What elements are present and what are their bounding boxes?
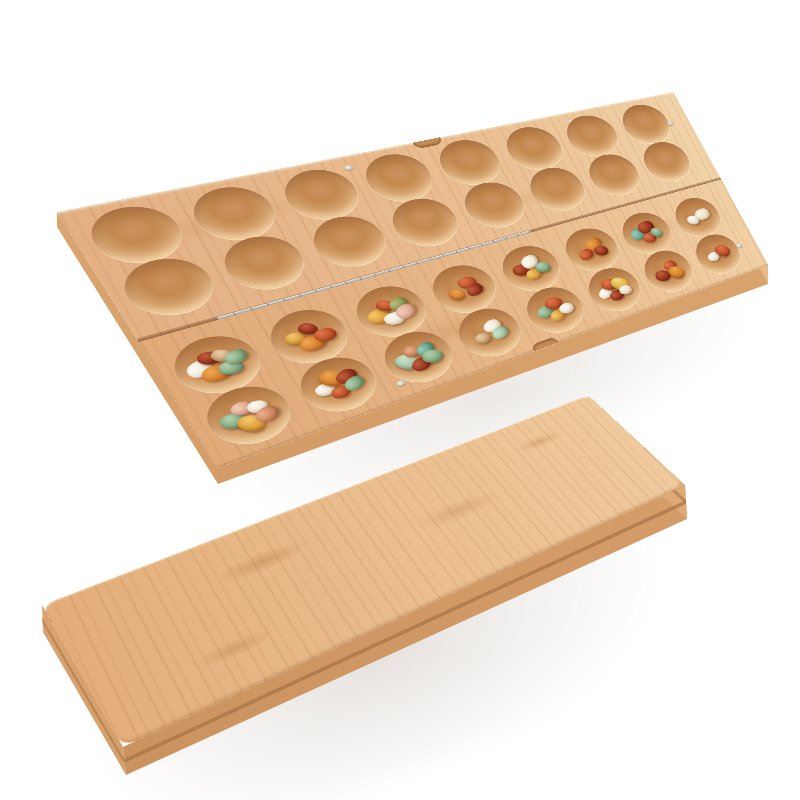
- pit-r2-c7: [581, 150, 647, 200]
- pit-r2-c5: [455, 177, 533, 233]
- magnet-dot: [343, 165, 354, 171]
- product-photo-stage: [0, 0, 800, 800]
- pit-r1-c7: [558, 112, 625, 161]
- pit-r4-c8: [688, 229, 747, 279]
- pit-r1-c6: [498, 123, 571, 174]
- gemstone-orange: [448, 288, 467, 301]
- gemstone-green: [421, 349, 445, 364]
- pit-r2-c2: [213, 230, 315, 297]
- pit-r2-c8: [636, 138, 697, 185]
- pit-r2-c6: [521, 163, 592, 216]
- pit-r1-c5: [430, 135, 509, 189]
- pit-r2-c3: [303, 210, 396, 273]
- pit-r1-c8: [615, 101, 677, 147]
- gemstone-tan: [473, 331, 492, 344]
- gemstone-maroon: [593, 246, 609, 256]
- finger-notch-far-edge: [412, 137, 443, 149]
- pit-r2-c4: [382, 193, 467, 252]
- pit-r2-c1: [111, 251, 224, 323]
- magnet-dot: [396, 380, 407, 387]
